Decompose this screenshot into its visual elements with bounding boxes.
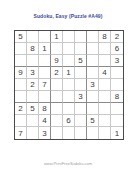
sudoku-cell[interactable] (87, 67, 99, 79)
sudoku-cell[interactable] (99, 79, 111, 91)
sudoku-cell[interactable] (15, 43, 27, 55)
sudoku-cell[interactable] (111, 67, 123, 79)
sudoku-cell[interactable] (111, 103, 123, 115)
sudoku-cell[interactable] (51, 79, 63, 91)
sudoku-cell: 6 (63, 115, 75, 127)
sudoku-cell[interactable] (87, 91, 99, 103)
sudoku-cell: 2 (15, 103, 27, 115)
sudoku-cell[interactable] (99, 115, 111, 127)
sudoku-cell[interactable] (63, 55, 75, 67)
puzzle-title: Sudoku, Easy (Puzzle #A49) (0, 13, 136, 19)
sudoku-cell[interactable] (87, 43, 99, 55)
sudoku-cell[interactable] (27, 55, 39, 67)
sudoku-cell: 4 (39, 115, 51, 127)
sudoku-cell[interactable] (99, 55, 111, 67)
sudoku-cell: 9 (15, 67, 27, 79)
sudoku-cell: 5 (27, 103, 39, 115)
sudoku-cell: 7 (15, 127, 27, 139)
sudoku-cell: 2 (51, 67, 63, 79)
sudoku-cell: 1 (63, 67, 75, 79)
sudoku-cell: 2 (27, 79, 39, 91)
sudoku-cell[interactable] (39, 55, 51, 67)
sudoku-cell[interactable] (87, 55, 99, 67)
sudoku-cell[interactable] (51, 91, 63, 103)
sudoku-cell: 8 (27, 43, 39, 55)
sudoku-cell[interactable] (27, 31, 39, 43)
sudoku-cell[interactable] (75, 43, 87, 55)
sudoku-cell: 2 (111, 31, 123, 43)
sudoku-cell[interactable] (75, 127, 87, 139)
sudoku-sheet: Sudoku, Easy (Puzzle #A49) 5182816953932… (0, 0, 136, 176)
sudoku-cell: 5 (15, 31, 27, 43)
sudoku-cell: 7 (39, 79, 51, 91)
sudoku-cell: 8 (39, 103, 51, 115)
sudoku-cell[interactable] (63, 79, 75, 91)
sudoku-cell[interactable] (75, 79, 87, 91)
sudoku-cell[interactable] (51, 115, 63, 127)
sudoku-cell[interactable] (15, 91, 27, 103)
sudoku-cell[interactable] (15, 55, 27, 67)
sudoku-cell[interactable] (111, 79, 123, 91)
sudoku-cell: 1 (51, 31, 63, 43)
sudoku-cell: 9 (51, 55, 63, 67)
sudoku-cell: 3 (75, 91, 87, 103)
sudoku-cell[interactable] (99, 43, 111, 55)
sudoku-cell[interactable] (99, 91, 111, 103)
sudoku-cell: 5 (87, 115, 99, 127)
sudoku-cell: 8 (111, 91, 123, 103)
sudoku-cell[interactable] (99, 103, 111, 115)
sudoku-cell[interactable] (75, 115, 87, 127)
sudoku-cell[interactable] (15, 79, 27, 91)
sudoku-cell[interactable] (39, 31, 51, 43)
sudoku-cell[interactable] (63, 31, 75, 43)
sudoku-cell[interactable] (87, 103, 99, 115)
sudoku-cell[interactable] (63, 103, 75, 115)
sudoku-cell[interactable] (15, 115, 27, 127)
sudoku-cell[interactable] (39, 91, 51, 103)
sudoku-cell[interactable] (63, 91, 75, 103)
sudoku-cell[interactable] (27, 91, 39, 103)
sudoku-cell[interactable] (75, 103, 87, 115)
sudoku-cell[interactable] (39, 67, 51, 79)
sudoku-cell[interactable] (27, 115, 39, 127)
sudoku-cell: 3 (27, 67, 39, 79)
sudoku-cell: 1 (39, 43, 51, 55)
sudoku-cell: 8 (99, 31, 111, 43)
sudoku-cell: 4 (99, 67, 111, 79)
sudoku-cell[interactable] (111, 115, 123, 127)
sudoku-cell: 1 (111, 127, 123, 139)
sudoku-grid: 51828169539321427338258465731 (14, 30, 124, 140)
sudoku-cell[interactable] (75, 31, 87, 43)
sudoku-cell: 3 (111, 55, 123, 67)
sudoku-cell[interactable] (51, 43, 63, 55)
sudoku-cell: 3 (87, 79, 99, 91)
sudoku-cell[interactable] (51, 103, 63, 115)
sudoku-cell: 6 (111, 43, 123, 55)
sudoku-cell[interactable] (51, 127, 63, 139)
sudoku-cell[interactable] (87, 127, 99, 139)
sudoku-cell[interactable] (75, 67, 87, 79)
sudoku-cell: 3 (39, 127, 51, 139)
sudoku-cell[interactable] (63, 127, 75, 139)
sudoku-cell[interactable] (63, 43, 75, 55)
footer-url: www.PrintFreeSudoku.com (0, 161, 136, 166)
sudoku-cell[interactable] (99, 127, 111, 139)
sudoku-cell[interactable] (27, 127, 39, 139)
sudoku-cell[interactable] (87, 31, 99, 43)
sudoku-cell: 5 (75, 55, 87, 67)
